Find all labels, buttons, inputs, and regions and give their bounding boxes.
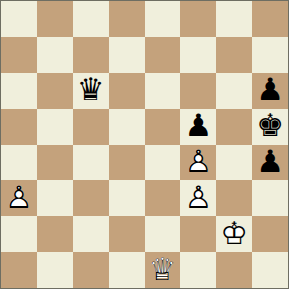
square-g6[interactable]	[216, 73, 252, 109]
square-c8[interactable]	[73, 1, 109, 37]
piece-glyph: ♟	[252, 73, 288, 109]
piece-glyph: ♙	[180, 145, 216, 181]
square-c4[interactable]	[73, 145, 109, 181]
square-e5[interactable]	[145, 109, 181, 145]
square-a4[interactable]	[1, 145, 37, 181]
square-f5[interactable]: ♟	[180, 109, 216, 145]
square-f7[interactable]	[180, 37, 216, 73]
square-d6[interactable]	[109, 73, 145, 109]
square-a6[interactable]	[1, 73, 37, 109]
square-f2[interactable]	[180, 216, 216, 252]
square-h8[interactable]	[252, 1, 288, 37]
square-a1[interactable]	[1, 252, 37, 288]
square-a5[interactable]	[1, 109, 37, 145]
square-h4[interactable]: ♟	[252, 145, 288, 181]
piece-glyph: ♔	[216, 216, 252, 252]
square-e2[interactable]	[145, 216, 181, 252]
square-c7[interactable]	[73, 37, 109, 73]
square-h6[interactable]: ♟	[252, 73, 288, 109]
square-h1[interactable]	[252, 252, 288, 288]
square-d4[interactable]	[109, 145, 145, 181]
square-f6[interactable]	[180, 73, 216, 109]
square-b4[interactable]	[37, 145, 73, 181]
square-c5[interactable]	[73, 109, 109, 145]
square-c2[interactable]	[73, 216, 109, 252]
square-b8[interactable]	[37, 1, 73, 37]
square-g2[interactable]: ♚♔	[216, 216, 252, 252]
square-h2[interactable]	[252, 216, 288, 252]
square-b3[interactable]	[37, 180, 73, 216]
square-g4[interactable]	[216, 145, 252, 181]
square-a8[interactable]	[1, 1, 37, 37]
square-e8[interactable]	[145, 1, 181, 37]
piece-glyph: ♟	[252, 145, 288, 181]
square-e6[interactable]	[145, 73, 181, 109]
square-g7[interactable]	[216, 37, 252, 73]
square-g8[interactable]	[216, 1, 252, 37]
square-b2[interactable]	[37, 216, 73, 252]
square-f8[interactable]	[180, 1, 216, 37]
square-e3[interactable]	[145, 180, 181, 216]
square-e7[interactable]	[145, 37, 181, 73]
square-d2[interactable]	[109, 216, 145, 252]
square-g1[interactable]	[216, 252, 252, 288]
square-h3[interactable]	[252, 180, 288, 216]
chess-board: ♛♟♟♚♟♙♟♟♙♟♙♚♔♛♕	[1, 1, 288, 288]
square-f3[interactable]: ♟♙	[180, 180, 216, 216]
white-king-g2[interactable]: ♚♔	[216, 216, 252, 252]
square-g5[interactable]	[216, 109, 252, 145]
square-c1[interactable]	[73, 252, 109, 288]
square-h7[interactable]	[252, 37, 288, 73]
square-b7[interactable]	[37, 37, 73, 73]
square-d8[interactable]	[109, 1, 145, 37]
square-g3[interactable]	[216, 180, 252, 216]
square-d1[interactable]	[109, 252, 145, 288]
black-king-h5[interactable]: ♚	[252, 109, 288, 145]
square-a2[interactable]	[1, 216, 37, 252]
square-e1[interactable]: ♛♕	[145, 252, 181, 288]
piece-glyph: ♙	[180, 180, 216, 216]
square-d5[interactable]	[109, 109, 145, 145]
square-f1[interactable]	[180, 252, 216, 288]
square-c3[interactable]	[73, 180, 109, 216]
chess-board-frame: ♛♟♟♚♟♙♟♟♙♟♙♚♔♛♕	[0, 0, 289, 289]
square-b1[interactable]	[37, 252, 73, 288]
piece-glyph: ♙	[1, 180, 37, 216]
piece-glyph: ♟	[180, 109, 216, 145]
square-e4[interactable]	[145, 145, 181, 181]
square-a7[interactable]	[1, 37, 37, 73]
white-pawn-f3[interactable]: ♟♙	[180, 180, 216, 216]
black-queen-c6[interactable]: ♛	[73, 73, 109, 109]
piece-glyph: ♕	[145, 252, 181, 288]
piece-glyph: ♛	[73, 73, 109, 109]
square-f4[interactable]: ♟♙	[180, 145, 216, 181]
white-pawn-a3[interactable]: ♟♙	[1, 180, 37, 216]
black-pawn-f5[interactable]: ♟	[180, 109, 216, 145]
black-pawn-h4[interactable]: ♟	[252, 145, 288, 181]
square-d3[interactable]	[109, 180, 145, 216]
white-queen-e1[interactable]: ♛♕	[145, 252, 181, 288]
square-h5[interactable]: ♚	[252, 109, 288, 145]
square-b5[interactable]	[37, 109, 73, 145]
square-c6[interactable]: ♛	[73, 73, 109, 109]
piece-glyph: ♚	[252, 109, 288, 145]
square-b6[interactable]	[37, 73, 73, 109]
black-pawn-h6[interactable]: ♟	[252, 73, 288, 109]
square-a3[interactable]: ♟♙	[1, 180, 37, 216]
square-d7[interactable]	[109, 37, 145, 73]
white-pawn-f4[interactable]: ♟♙	[180, 145, 216, 181]
